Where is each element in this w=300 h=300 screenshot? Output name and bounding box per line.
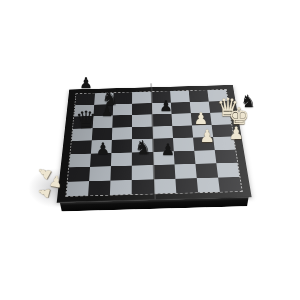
square-c6[interactable] bbox=[113, 115, 133, 127]
square-b2[interactable] bbox=[89, 166, 111, 181]
square-a8[interactable] bbox=[75, 93, 95, 105]
black-pawn[interactable]: ♟ bbox=[159, 99, 172, 114]
square-a4[interactable] bbox=[70, 140, 91, 154]
black-pawn[interactable]: ♟ bbox=[96, 141, 110, 157]
square-f6[interactable] bbox=[171, 113, 191, 125]
square-e2[interactable] bbox=[153, 164, 175, 179]
square-e1[interactable] bbox=[154, 178, 176, 193]
square-d2[interactable] bbox=[132, 165, 153, 180]
square-a2[interactable] bbox=[68, 167, 90, 182]
square-c2[interactable] bbox=[111, 166, 133, 181]
square-c3[interactable] bbox=[111, 152, 132, 166]
square-e6[interactable] bbox=[152, 114, 172, 126]
square-d1[interactable] bbox=[132, 179, 154, 194]
square-f4[interactable] bbox=[173, 138, 194, 151]
square-g1[interactable] bbox=[197, 177, 220, 192]
square-d8[interactable] bbox=[132, 92, 151, 104]
square-d7[interactable] bbox=[132, 103, 151, 115]
square-f7[interactable] bbox=[171, 102, 191, 114]
square-g2[interactable] bbox=[195, 163, 218, 178]
square-f8[interactable] bbox=[170, 91, 190, 103]
square-g3[interactable] bbox=[194, 150, 216, 164]
chess-photo-canvas: ♟♞♟♟♛♟♞♟♟♛♚♟♟♞♟♟♟ bbox=[0, 0, 300, 300]
square-h1[interactable] bbox=[218, 177, 242, 192]
white-pawn[interactable]: ♟ bbox=[228, 125, 243, 142]
square-f1[interactable] bbox=[175, 178, 198, 193]
square-c1[interactable] bbox=[110, 180, 132, 195]
square-f3[interactable] bbox=[173, 150, 195, 164]
black-pawn[interactable]: ♟ bbox=[161, 142, 175, 158]
black-queen[interactable]: ♛ bbox=[75, 108, 97, 132]
square-c5[interactable] bbox=[112, 127, 132, 140]
black-knight[interactable]: ♞ bbox=[134, 138, 151, 157]
square-g8[interactable] bbox=[189, 90, 209, 102]
square-e5[interactable] bbox=[152, 126, 173, 139]
square-f5[interactable] bbox=[172, 125, 193, 138]
square-c4[interactable] bbox=[112, 139, 133, 152]
square-f2[interactable] bbox=[174, 164, 196, 179]
black-pawn[interactable]: ♟ bbox=[79, 76, 92, 91]
white-pawn[interactable]: ♟ bbox=[199, 128, 214, 145]
square-a1[interactable] bbox=[66, 181, 89, 196]
square-h3[interactable] bbox=[215, 149, 238, 163]
square-d6[interactable] bbox=[132, 114, 152, 126]
square-b1[interactable] bbox=[88, 180, 110, 195]
black-knight-captured[interactable]: ♞ bbox=[240, 93, 255, 110]
square-a3[interactable] bbox=[69, 153, 91, 167]
black-pawn[interactable]: ♟ bbox=[101, 104, 114, 118]
square-h2[interactable] bbox=[216, 163, 239, 178]
